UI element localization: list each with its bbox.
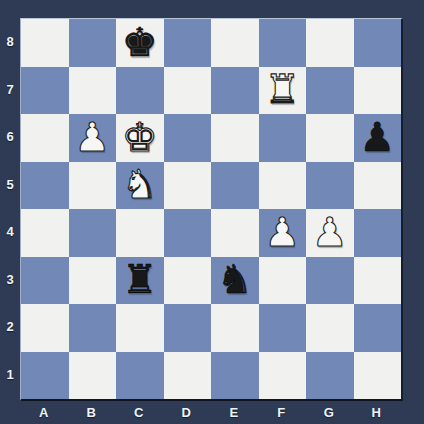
square-f7[interactable]: ♜ bbox=[259, 67, 307, 115]
square-d2[interactable] bbox=[164, 304, 212, 352]
square-a1[interactable] bbox=[21, 352, 69, 400]
rank-label-3: 3 bbox=[0, 256, 20, 304]
square-d5[interactable] bbox=[164, 162, 212, 210]
square-e8[interactable] bbox=[211, 19, 259, 67]
square-a4[interactable] bbox=[21, 209, 69, 257]
square-b8[interactable] bbox=[69, 19, 117, 67]
square-b7[interactable] bbox=[69, 67, 117, 115]
square-h7[interactable] bbox=[354, 67, 402, 115]
rank-label-8: 8 bbox=[0, 18, 20, 66]
square-d7[interactable] bbox=[164, 67, 212, 115]
square-a8[interactable] bbox=[21, 19, 69, 67]
square-a5[interactable] bbox=[21, 162, 69, 210]
file-labels: ABCDEFGH bbox=[20, 401, 400, 423]
square-d3[interactable] bbox=[164, 257, 212, 305]
square-e1[interactable] bbox=[211, 352, 259, 400]
piece-white-knight[interactable]: ♞ bbox=[122, 164, 158, 204]
file-label-g: G bbox=[305, 401, 353, 423]
square-a7[interactable] bbox=[21, 67, 69, 115]
chess-board[interactable]: ♚♜♟♚♟♞♟♟♜♞ bbox=[20, 18, 403, 401]
square-h2[interactable] bbox=[354, 304, 402, 352]
file-label-e: E bbox=[210, 401, 258, 423]
square-h1[interactable] bbox=[354, 352, 402, 400]
piece-white-pawn[interactable]: ♟ bbox=[74, 117, 110, 157]
rank-label-6: 6 bbox=[0, 113, 20, 161]
chess-diagram: 87654321 ♚♜♟♚♟♞♟♟♜♞ ABCDEFGH bbox=[0, 0, 424, 424]
square-d8[interactable] bbox=[164, 19, 212, 67]
file-label-f: F bbox=[258, 401, 306, 423]
square-b2[interactable] bbox=[69, 304, 117, 352]
square-f1[interactable] bbox=[259, 352, 307, 400]
square-f3[interactable] bbox=[259, 257, 307, 305]
square-h5[interactable] bbox=[354, 162, 402, 210]
file-label-b: B bbox=[68, 401, 116, 423]
square-d6[interactable] bbox=[164, 114, 212, 162]
piece-black-rook[interactable]: ♜ bbox=[122, 259, 158, 299]
square-f5[interactable] bbox=[259, 162, 307, 210]
square-g5[interactable] bbox=[306, 162, 354, 210]
square-g3[interactable] bbox=[306, 257, 354, 305]
file-label-d: D bbox=[163, 401, 211, 423]
square-e7[interactable] bbox=[211, 67, 259, 115]
file-label-c: C bbox=[115, 401, 163, 423]
square-c2[interactable] bbox=[116, 304, 164, 352]
square-g2[interactable] bbox=[306, 304, 354, 352]
rank-label-4: 4 bbox=[0, 208, 20, 256]
square-g1[interactable] bbox=[306, 352, 354, 400]
rank-label-5: 5 bbox=[0, 161, 20, 209]
rank-labels: 87654321 bbox=[0, 18, 20, 398]
square-a2[interactable] bbox=[21, 304, 69, 352]
square-d4[interactable] bbox=[164, 209, 212, 257]
square-c8[interactable]: ♚ bbox=[116, 19, 164, 67]
rank-label-1: 1 bbox=[0, 351, 20, 399]
square-h8[interactable] bbox=[354, 19, 402, 67]
square-h3[interactable] bbox=[354, 257, 402, 305]
square-e3[interactable]: ♞ bbox=[211, 257, 259, 305]
square-g7[interactable] bbox=[306, 67, 354, 115]
square-c7[interactable] bbox=[116, 67, 164, 115]
square-g8[interactable] bbox=[306, 19, 354, 67]
square-g6[interactable] bbox=[306, 114, 354, 162]
square-b4[interactable] bbox=[69, 209, 117, 257]
square-e2[interactable] bbox=[211, 304, 259, 352]
square-a6[interactable] bbox=[21, 114, 69, 162]
square-g4[interactable]: ♟ bbox=[306, 209, 354, 257]
piece-white-rook[interactable]: ♜ bbox=[264, 69, 300, 109]
square-c3[interactable]: ♜ bbox=[116, 257, 164, 305]
piece-black-king[interactable]: ♚ bbox=[122, 22, 158, 62]
piece-white-king[interactable]: ♚ bbox=[122, 117, 158, 157]
piece-black-pawn[interactable]: ♟ bbox=[359, 117, 395, 157]
square-d1[interactable] bbox=[164, 352, 212, 400]
square-e5[interactable] bbox=[211, 162, 259, 210]
square-e4[interactable] bbox=[211, 209, 259, 257]
file-label-h: H bbox=[353, 401, 401, 423]
square-h6[interactable]: ♟ bbox=[354, 114, 402, 162]
square-c5[interactable]: ♞ bbox=[116, 162, 164, 210]
piece-white-pawn[interactable]: ♟ bbox=[312, 212, 348, 252]
square-f4[interactable]: ♟ bbox=[259, 209, 307, 257]
square-c4[interactable] bbox=[116, 209, 164, 257]
square-c6[interactable]: ♚ bbox=[116, 114, 164, 162]
square-f2[interactable] bbox=[259, 304, 307, 352]
square-c1[interactable] bbox=[116, 352, 164, 400]
square-e6[interactable] bbox=[211, 114, 259, 162]
square-f6[interactable] bbox=[259, 114, 307, 162]
square-b6[interactable]: ♟ bbox=[69, 114, 117, 162]
square-b3[interactable] bbox=[69, 257, 117, 305]
rank-label-2: 2 bbox=[0, 303, 20, 351]
rank-label-7: 7 bbox=[0, 66, 20, 114]
square-b5[interactable] bbox=[69, 162, 117, 210]
piece-black-knight[interactable]: ♞ bbox=[217, 259, 253, 299]
file-label-a: A bbox=[20, 401, 68, 423]
square-a3[interactable] bbox=[21, 257, 69, 305]
square-h4[interactable] bbox=[354, 209, 402, 257]
square-f8[interactable] bbox=[259, 19, 307, 67]
piece-white-pawn[interactable]: ♟ bbox=[264, 212, 300, 252]
square-b1[interactable] bbox=[69, 352, 117, 400]
